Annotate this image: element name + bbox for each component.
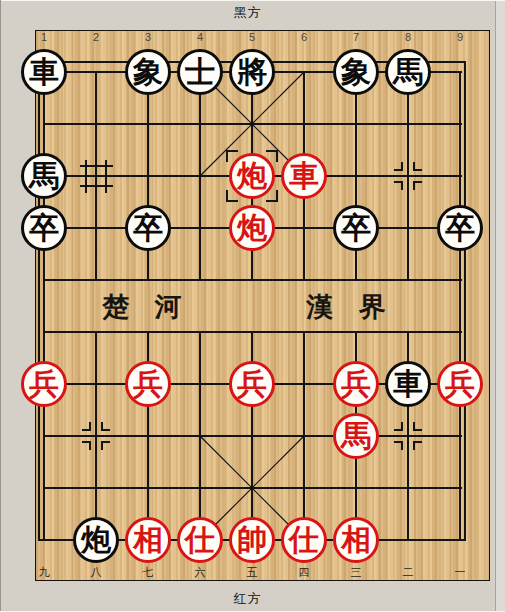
point-marker [413, 181, 422, 190]
piece-red-soldier[interactable]: 兵 [21, 361, 67, 407]
piece-red-cannon[interactable]: 炮 [229, 205, 275, 251]
piece-red-general[interactable]: 帥 [229, 517, 275, 563]
piece-red-elephant[interactable]: 相 [125, 517, 171, 563]
piece-red-soldier[interactable]: 兵 [229, 361, 275, 407]
file-label-top: 2 [86, 31, 106, 43]
file-label-bottom: 七 [138, 566, 158, 578]
piece-black-elephant[interactable]: 象 [333, 49, 379, 95]
grid-file-line [303, 331, 305, 541]
last-move-from-marker [85, 160, 87, 193]
piece-red-soldier[interactable]: 兵 [125, 361, 171, 407]
piece-black-advisor[interactable]: 士 [177, 49, 223, 95]
xiangqi-app-window: 黑方 楚 河 漢 界 123456789九八七六五四三二一車象士將象馬馬炮車卒卒… [0, 0, 505, 612]
grid-rank-line [44, 123, 462, 125]
file-label-bottom: 九 [34, 566, 54, 578]
piece-black-soldier[interactable]: 卒 [125, 205, 171, 251]
point-marker [394, 422, 403, 431]
piece-black-horse[interactable]: 馬 [385, 49, 431, 95]
black-side-label: 黑方 [0, 4, 495, 22]
piece-black-general[interactable]: 將 [229, 49, 275, 95]
point-marker [413, 441, 422, 450]
point-marker [413, 422, 422, 431]
file-label-bottom: 五 [242, 566, 262, 578]
grid-file-line [199, 331, 201, 541]
piece-black-soldier[interactable]: 卒 [333, 205, 379, 251]
piece-red-chariot[interactable]: 車 [281, 153, 327, 199]
file-label-top: 5 [242, 31, 262, 43]
point-marker [101, 422, 110, 431]
file-label-bottom: 六 [190, 566, 210, 578]
piece-black-cannon[interactable]: 炮 [73, 517, 119, 563]
piece-red-horse[interactable]: 馬 [333, 413, 379, 459]
file-label-top: 1 [34, 31, 54, 43]
file-label-top: 8 [398, 31, 418, 43]
piece-black-soldier[interactable]: 卒 [437, 205, 483, 251]
red-side-label: 红方 [0, 590, 495, 608]
grid-rank-line [44, 435, 462, 437]
piece-red-soldier[interactable]: 兵 [333, 361, 379, 407]
bevel-top-line [0, 0, 505, 1]
river-text-han-jie: 漢 界 [306, 292, 393, 322]
file-label-top: 6 [294, 31, 314, 43]
point-marker [413, 162, 422, 171]
piece-black-soldier[interactable]: 卒 [21, 205, 67, 251]
file-label-top: 9 [450, 31, 470, 43]
last-move-from-marker [105, 160, 107, 193]
piece-red-advisor[interactable]: 仕 [281, 517, 327, 563]
last-move-to-marker [226, 190, 238, 202]
last-move-to-marker [266, 150, 278, 162]
point-marker [82, 441, 91, 450]
last-move-to-marker [266, 190, 278, 202]
grid-file-line [407, 71, 409, 281]
file-label-top: 4 [190, 31, 210, 43]
point-marker [82, 422, 91, 431]
grid-file-line [95, 331, 97, 541]
grid-rank-line [44, 279, 462, 281]
piece-red-elephant[interactable]: 相 [333, 517, 379, 563]
point-marker [394, 162, 403, 171]
piece-black-horse[interactable]: 馬 [21, 153, 67, 199]
file-label-bottom: 二 [398, 566, 418, 578]
xiangqi-board[interactable]: 楚 河 漢 界 123456789九八七六五四三二一車象士將象馬馬炮車卒卒炮卒卒… [35, 30, 490, 581]
piece-black-chariot[interactable]: 車 [385, 361, 431, 407]
river-text-chu-he: 楚 河 [102, 292, 189, 322]
grid-file-line [95, 71, 97, 281]
right-panel-edge [495, 0, 505, 612]
piece-black-chariot[interactable]: 車 [21, 49, 67, 95]
last-move-to-marker [226, 150, 238, 162]
grid-file-line [199, 71, 201, 281]
grid-rank-line [44, 331, 462, 333]
file-label-bottom: 四 [294, 566, 314, 578]
file-label-bottom: 一 [450, 566, 470, 578]
piece-black-elephant[interactable]: 象 [125, 49, 171, 95]
bevel-left-line [0, 0, 1, 612]
point-marker [101, 441, 110, 450]
file-label-bottom: 八 [86, 566, 106, 578]
file-label-bottom: 三 [346, 566, 366, 578]
file-label-top: 7 [346, 31, 366, 43]
piece-red-soldier[interactable]: 兵 [437, 361, 483, 407]
grid-rank-line [44, 487, 462, 489]
grid-file-line [43, 71, 45, 541]
piece-red-advisor[interactable]: 仕 [177, 517, 223, 563]
point-marker [394, 441, 403, 450]
grid-file-line [459, 71, 461, 541]
file-label-top: 3 [138, 31, 158, 43]
point-marker [394, 181, 403, 190]
